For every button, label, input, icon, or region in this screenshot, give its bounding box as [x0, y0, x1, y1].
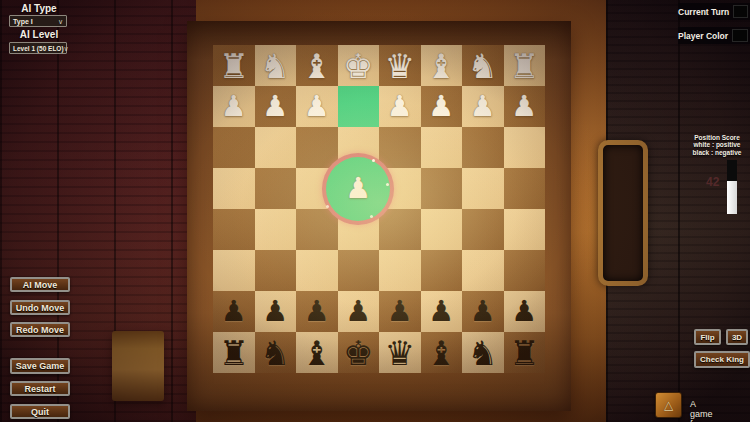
- square[interactable]: [296, 250, 338, 291]
- white-pawn[interactable]: ♟: [470, 92, 496, 121]
- square[interactable]: [462, 168, 504, 209]
- black-queen[interactable]: ♛: [385, 336, 415, 370]
- chevron-down-icon: ∨: [64, 45, 69, 52]
- black-king[interactable]: ♚: [343, 336, 373, 370]
- square[interactable]: ♞: [255, 332, 297, 373]
- black-rook[interactable]: ♜: [509, 336, 539, 370]
- square[interactable]: [255, 168, 297, 209]
- square[interactable]: [504, 250, 546, 291]
- triangle-icon: △: [664, 399, 673, 411]
- ai-move-button[interactable]: AI Move: [10, 277, 70, 292]
- square[interactable]: [338, 86, 380, 127]
- square[interactable]: ♟: [213, 86, 255, 127]
- position-score-value: 42: [706, 175, 719, 189]
- white-pawn[interactable]: ♟: [511, 92, 537, 121]
- position-score-label: Position Score white : positive black : …: [686, 134, 748, 156]
- white-queen[interactable]: ♛: [385, 49, 415, 83]
- white-rook[interactable]: ♜: [509, 49, 539, 83]
- square[interactable]: ♟: [255, 291, 297, 332]
- black-knight[interactable]: ♞: [468, 336, 498, 370]
- white-knight[interactable]: ♞: [468, 49, 498, 83]
- square[interactable]: [379, 127, 421, 168]
- square[interactable]: [213, 127, 255, 168]
- square[interactable]: [421, 209, 463, 250]
- redo-move-button[interactable]: Redo Move: [10, 322, 70, 337]
- square[interactable]: ♟: [421, 291, 463, 332]
- black-pawn[interactable]: ♟: [304, 297, 330, 326]
- square[interactable]: [296, 127, 338, 168]
- square[interactable]: ♟: [296, 86, 338, 127]
- square[interactable]: ♜: [504, 332, 546, 373]
- white-pawn[interactable]: ♟: [262, 92, 288, 121]
- square[interactable]: ♜: [504, 45, 546, 86]
- square[interactable]: [255, 127, 297, 168]
- square[interactable]: [255, 209, 297, 250]
- black-pawn[interactable]: ♟: [511, 297, 537, 326]
- square[interactable]: ♟: [504, 291, 546, 332]
- square[interactable]: ♜: [213, 332, 255, 373]
- square[interactable]: ♟: [296, 291, 338, 332]
- player-color-row: Player Color: [678, 27, 750, 44]
- square[interactable]: ♞: [462, 45, 504, 86]
- square[interactable]: ♛: [379, 332, 421, 373]
- square[interactable]: ♟: [421, 86, 463, 127]
- square[interactable]: [213, 250, 255, 291]
- restart-button[interactable]: Restart: [10, 381, 70, 396]
- white-pawn[interactable]: ♟: [304, 92, 330, 121]
- square[interactable]: [338, 250, 380, 291]
- square[interactable]: ♟: [213, 291, 255, 332]
- square[interactable]: ♟: [462, 86, 504, 127]
- black-knight[interactable]: ♞: [260, 336, 290, 370]
- ai-type-dropdown[interactable]: Type I ∨: [9, 15, 67, 27]
- black-pawn[interactable]: ♟: [387, 297, 413, 326]
- ai-type-value: Type I: [13, 18, 33, 25]
- position-score-line2: black : negative: [686, 149, 748, 156]
- square[interactable]: ♟: [379, 291, 421, 332]
- square[interactable]: ♞: [255, 45, 297, 86]
- square[interactable]: [421, 127, 463, 168]
- white-knight[interactable]: ♞: [260, 49, 290, 83]
- square[interactable]: ♟: [255, 86, 297, 127]
- square[interactable]: [296, 209, 338, 250]
- square[interactable]: [504, 209, 546, 250]
- position-score-slider-thumb[interactable]: [727, 181, 737, 214]
- square[interactable]: ♝: [296, 332, 338, 373]
- square[interactable]: [213, 168, 255, 209]
- square[interactable]: [213, 209, 255, 250]
- square[interactable]: ♝: [421, 45, 463, 86]
- square[interactable]: ♞: [462, 332, 504, 373]
- square[interactable]: ♝: [421, 332, 463, 373]
- black-bishop[interactable]: ♝: [302, 336, 332, 370]
- black-pawn[interactable]: ♟: [470, 297, 496, 326]
- square[interactable]: ♚: [338, 332, 380, 373]
- brand-text: A game for two: [690, 399, 713, 422]
- undo-move-button[interactable]: Undo Move: [10, 300, 70, 315]
- square[interactable]: [379, 250, 421, 291]
- white-pawn[interactable]: ♟: [428, 92, 454, 121]
- ai-type-label: AI Type: [9, 3, 69, 14]
- black-pawn[interactable]: ♟: [262, 297, 288, 326]
- white-pawn[interactable]: ♟: [345, 174, 371, 203]
- square[interactable]: ♟: [338, 291, 380, 332]
- black-bishop[interactable]: ♝: [426, 336, 456, 370]
- position-score-title: Position Score: [686, 134, 748, 141]
- square[interactable]: [379, 209, 421, 250]
- square[interactable]: [255, 250, 297, 291]
- white-bishop[interactable]: ♝: [426, 49, 456, 83]
- position-score-slider[interactable]: [727, 160, 737, 214]
- chevron-down-icon: ∨: [58, 18, 63, 25]
- square[interactable]: ♟: [338, 168, 380, 209]
- square[interactable]: [462, 127, 504, 168]
- square[interactable]: ♟: [379, 86, 421, 127]
- player-color-swatch: [732, 29, 748, 42]
- square[interactable]: [421, 168, 463, 209]
- current-turn-swatch: [733, 5, 748, 18]
- 3d-button[interactable]: 3D: [726, 329, 748, 345]
- wood-block: [112, 331, 164, 401]
- square[interactable]: ♝: [296, 45, 338, 86]
- square[interactable]: ♟: [504, 86, 546, 127]
- chess-board[interactable]: ♜♞♝♚♛♝♞♜♟♟♟♟♟♟♟♟♟♟♟♟♟♟♟♟♜♞♝♚♛♝♞♜: [213, 45, 545, 373]
- player-color-label: Player Color: [678, 31, 728, 41]
- white-bishop[interactable]: ♝: [302, 49, 332, 83]
- square[interactable]: ♛: [379, 45, 421, 86]
- quit-button[interactable]: Quit: [10, 404, 70, 419]
- white-king[interactable]: ♚: [343, 49, 373, 83]
- black-pawn[interactable]: ♟: [428, 297, 454, 326]
- ai-level-value: Level 1 (50 ELO): [13, 45, 64, 52]
- black-rook[interactable]: ♜: [219, 336, 249, 370]
- square[interactable]: [421, 250, 463, 291]
- white-pawn[interactable]: ♟: [221, 92, 247, 121]
- square[interactable]: [504, 168, 546, 209]
- square[interactable]: [462, 209, 504, 250]
- flip-button[interactable]: Flip: [694, 329, 721, 345]
- position-score-line1: white : positive: [686, 141, 748, 148]
- ai-level-dropdown[interactable]: Level 1 (50 ELO) ∨: [9, 42, 67, 54]
- black-pawn[interactable]: ♟: [345, 297, 371, 326]
- chess-app-window: ♜♞♝♚♛♝♞♜♟♟♟♟♟♟♟♟♟♟♟♟♟♟♟♟♜♞♝♚♛♝♞♜ AI Type…: [0, 0, 750, 422]
- check-king-button[interactable]: Check King: [694, 351, 750, 368]
- current-turn-label: Current Turn: [678, 7, 729, 17]
- square[interactable]: ♜: [213, 45, 255, 86]
- brand-logo: △: [655, 392, 682, 418]
- white-pawn[interactable]: ♟: [387, 92, 413, 121]
- square[interactable]: ♟: [462, 291, 504, 332]
- table-handle: [598, 140, 648, 286]
- square[interactable]: [462, 250, 504, 291]
- current-turn-row: Current Turn: [678, 3, 750, 20]
- square[interactable]: ♚: [338, 45, 380, 86]
- white-rook[interactable]: ♜: [219, 49, 249, 83]
- save-game-button[interactable]: Save Game: [10, 358, 70, 374]
- chess-board-frame: ♜♞♝♚♛♝♞♜♟♟♟♟♟♟♟♟♟♟♟♟♟♟♟♟♜♞♝♚♛♝♞♜: [187, 21, 571, 411]
- ai-level-label: AI Level: [9, 29, 69, 40]
- black-pawn[interactable]: ♟: [221, 297, 247, 326]
- square[interactable]: [504, 127, 546, 168]
